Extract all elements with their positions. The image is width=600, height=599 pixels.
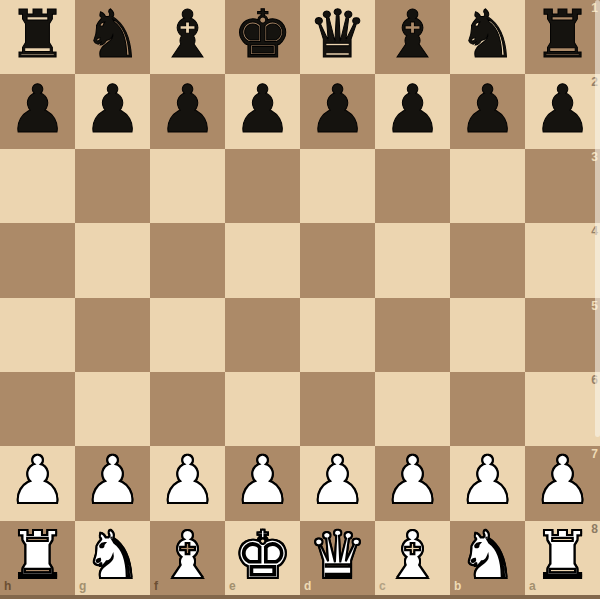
square-a5[interactable]: 5 xyxy=(525,298,600,372)
square-b7[interactable]: ♟ xyxy=(450,446,525,520)
square-a1[interactable]: ♜1 xyxy=(525,0,600,74)
piece-white-knight[interactable]: ♞ xyxy=(458,519,517,593)
square-e7[interactable]: ♟ xyxy=(225,446,300,520)
square-c1[interactable]: ♝ xyxy=(375,0,450,74)
piece-white-knight[interactable]: ♞ xyxy=(83,519,142,593)
square-d5[interactable] xyxy=(300,298,375,372)
piece-black-pawn[interactable]: ♟ xyxy=(83,73,142,147)
piece-black-knight[interactable]: ♞ xyxy=(458,0,517,72)
piece-white-pawn[interactable]: ♟ xyxy=(83,444,142,518)
square-f1[interactable]: ♝ xyxy=(150,0,225,74)
square-b3[interactable] xyxy=(450,149,525,223)
square-c5[interactable] xyxy=(375,298,450,372)
piece-white-pawn[interactable]: ♟ xyxy=(458,444,517,518)
square-c2[interactable]: ♟ xyxy=(375,74,450,148)
piece-white-queen[interactable]: ♛ xyxy=(308,519,367,593)
piece-white-king[interactable]: ♚ xyxy=(233,519,292,593)
piece-white-pawn[interactable]: ♟ xyxy=(383,444,442,518)
piece-black-pawn[interactable]: ♟ xyxy=(8,73,67,147)
piece-white-bishop[interactable]: ♝ xyxy=(158,519,217,593)
square-e2[interactable]: ♟ xyxy=(225,74,300,148)
square-e4[interactable] xyxy=(225,223,300,297)
square-c8[interactable]: ♝c xyxy=(375,521,450,595)
square-f7[interactable]: ♟ xyxy=(150,446,225,520)
coord-rank-8: 8 xyxy=(591,523,598,535)
square-b4[interactable] xyxy=(450,223,525,297)
square-b2[interactable]: ♟ xyxy=(450,74,525,148)
piece-black-rook[interactable]: ♜ xyxy=(8,0,67,72)
square-a2[interactable]: ♟2 xyxy=(525,74,600,148)
square-g5[interactable] xyxy=(75,298,150,372)
square-h2[interactable]: ♟ xyxy=(0,74,75,148)
piece-black-rook[interactable]: ♜ xyxy=(533,0,592,72)
square-g1[interactable]: ♞ xyxy=(75,0,150,74)
square-f2[interactable]: ♟ xyxy=(150,74,225,148)
square-b1[interactable]: ♞ xyxy=(450,0,525,74)
piece-black-pawn[interactable]: ♟ xyxy=(383,73,442,147)
square-a6[interactable]: 6 xyxy=(525,372,600,446)
piece-black-knight[interactable]: ♞ xyxy=(83,0,142,72)
square-a4[interactable]: 4 xyxy=(525,223,600,297)
piece-black-bishop[interactable]: ♝ xyxy=(383,0,442,72)
piece-black-king[interactable]: ♚ xyxy=(233,0,292,72)
square-f4[interactable] xyxy=(150,223,225,297)
piece-white-pawn[interactable]: ♟ xyxy=(308,444,367,518)
piece-black-pawn[interactable]: ♟ xyxy=(233,73,292,147)
square-a3[interactable]: 3 xyxy=(525,149,600,223)
square-f8[interactable]: ♝f xyxy=(150,521,225,595)
coord-rank-7: 7 xyxy=(591,448,598,460)
square-c4[interactable] xyxy=(375,223,450,297)
square-g6[interactable] xyxy=(75,372,150,446)
square-d1[interactable]: ♛ xyxy=(300,0,375,74)
piece-white-pawn[interactable]: ♟ xyxy=(8,444,67,518)
square-h4[interactable] xyxy=(0,223,75,297)
square-h8[interactable]: ♜h xyxy=(0,521,75,595)
square-c3[interactable] xyxy=(375,149,450,223)
square-h6[interactable] xyxy=(0,372,75,446)
square-b5[interactable] xyxy=(450,298,525,372)
square-h7[interactable]: ♟ xyxy=(0,446,75,520)
square-f3[interactable] xyxy=(150,149,225,223)
square-d3[interactable] xyxy=(300,149,375,223)
piece-black-pawn[interactable]: ♟ xyxy=(308,73,367,147)
square-d4[interactable] xyxy=(300,223,375,297)
square-f6[interactable] xyxy=(150,372,225,446)
piece-white-pawn[interactable]: ♟ xyxy=(233,444,292,518)
square-d8[interactable]: ♛d xyxy=(300,521,375,595)
square-h3[interactable] xyxy=(0,149,75,223)
square-e8[interactable]: ♚e xyxy=(225,521,300,595)
square-b6[interactable] xyxy=(450,372,525,446)
piece-white-rook[interactable]: ♜ xyxy=(8,519,67,593)
piece-black-pawn[interactable]: ♟ xyxy=(458,73,517,147)
chess-board: ♜♞♝♚♛♝♞♜1♟♟♟♟♟♟♟♟23456♟♟♟♟♟♟♟♟7♜h♞g♝f♚e♛… xyxy=(0,0,600,595)
square-c7[interactable]: ♟ xyxy=(375,446,450,520)
square-h5[interactable] xyxy=(0,298,75,372)
square-b8[interactable]: ♞b xyxy=(450,521,525,595)
piece-white-bishop[interactable]: ♝ xyxy=(383,519,442,593)
square-c6[interactable] xyxy=(375,372,450,446)
piece-black-bishop[interactable]: ♝ xyxy=(158,0,217,72)
piece-white-rook[interactable]: ♜ xyxy=(533,519,592,593)
square-g8[interactable]: ♞g xyxy=(75,521,150,595)
square-e5[interactable] xyxy=(225,298,300,372)
square-d7[interactable]: ♟ xyxy=(300,446,375,520)
piece-white-pawn[interactable]: ♟ xyxy=(533,444,592,518)
square-g4[interactable] xyxy=(75,223,150,297)
piece-black-pawn[interactable]: ♟ xyxy=(533,73,592,147)
square-a7[interactable]: ♟7 xyxy=(525,446,600,520)
board-wrapper: ♜♞♝♚♛♝♞♜1♟♟♟♟♟♟♟♟23456♟♟♟♟♟♟♟♟7♜h♞g♝f♚e♛… xyxy=(0,0,600,599)
piece-black-pawn[interactable]: ♟ xyxy=(158,73,217,147)
square-d6[interactable] xyxy=(300,372,375,446)
square-a8[interactable]: ♜a8 xyxy=(525,521,600,595)
square-g2[interactable]: ♟ xyxy=(75,74,150,148)
square-g3[interactable] xyxy=(75,149,150,223)
square-e1[interactable]: ♚ xyxy=(225,0,300,74)
square-g7[interactable]: ♟ xyxy=(75,446,150,520)
square-d2[interactable]: ♟ xyxy=(300,74,375,148)
square-f5[interactable] xyxy=(150,298,225,372)
square-e3[interactable] xyxy=(225,149,300,223)
square-h1[interactable]: ♜ xyxy=(0,0,75,74)
piece-black-queen[interactable]: ♛ xyxy=(308,0,367,72)
square-e6[interactable] xyxy=(225,372,300,446)
scrollbar-thumb[interactable] xyxy=(595,0,600,437)
piece-white-pawn[interactable]: ♟ xyxy=(158,444,217,518)
